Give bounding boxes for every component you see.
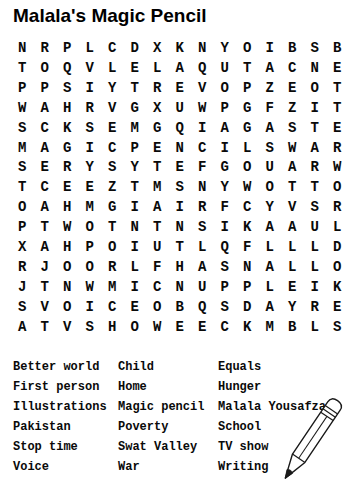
grid-cell-5-9: I (191, 118, 214, 138)
grid-cell-2-6: E (124, 58, 147, 78)
grid-cell-11-14: L (304, 237, 327, 257)
word-list-item: Pakistan (13, 420, 118, 440)
grid-cell-1-15: B (326, 38, 349, 58)
grid-cell-15-5: H (101, 317, 124, 337)
grid-cell-8-4: E (79, 177, 102, 197)
word-list-item: Illustrations (13, 400, 118, 420)
grid-cell-3-6: T (124, 78, 147, 98)
grid-cell-9-5: G (101, 197, 124, 217)
grid-cell-3-11: P (236, 78, 259, 98)
grid-cell-4-4: R (79, 98, 102, 118)
grid-cell-8-6: T (124, 177, 147, 197)
word-search-worksheet: Malala's Magic Pencil NRPLCDXKNYOIBSBTOQ… (0, 0, 353, 500)
grid-cell-15-6: O (124, 317, 147, 337)
grid-cell-13-12: L (259, 277, 282, 297)
grid-cell-7-14: R (304, 158, 327, 178)
grid-cell-15-8: E (169, 317, 192, 337)
grid-cell-1-12: I (259, 38, 282, 58)
grid-cell-2-4: V (79, 58, 102, 78)
grid-cell-2-10: U (214, 58, 237, 78)
grid-cell-13-6: I (124, 277, 147, 297)
grid-cell-11-4: P (79, 237, 102, 257)
grid-cell-10-4: O (79, 217, 102, 237)
grid-cell-5-14: T (304, 118, 327, 138)
grid-cell-9-13: V (281, 197, 304, 217)
grid-cell-9-6: I (124, 197, 147, 217)
grid-cell-15-13: B (281, 317, 304, 337)
grid-cell-9-3: H (56, 197, 79, 217)
grid-cell-3-8: E (169, 78, 192, 98)
grid-cell-7-5: S (101, 158, 124, 178)
grid-cell-13-7: C (146, 277, 169, 297)
grid-cell-7-7: T (146, 158, 169, 178)
grid-cell-12-3: O (56, 257, 79, 277)
grid-cell-11-10: Q (214, 237, 237, 257)
word-list-column-1: Better worldFirst personIllustrationsPak… (13, 360, 118, 480)
grid-cell-6-2: A (34, 138, 57, 158)
grid-cell-5-2: C (34, 118, 57, 138)
grid-cell-10-9: S (191, 217, 214, 237)
grid-cell-8-8: S (169, 177, 192, 197)
grid-cell-6-4: I (79, 138, 102, 158)
grid-cell-6-8: N (169, 138, 192, 158)
grid-cell-6-13: W (281, 138, 304, 158)
grid-cell-2-12: A (259, 58, 282, 78)
grid-cell-2-5: L (101, 58, 124, 78)
grid-cell-14-14: R (304, 297, 327, 317)
grid-cell-12-2: J (34, 257, 57, 277)
word-list-item: Hunger (218, 380, 333, 400)
grid-cell-4-13: Z (281, 98, 304, 118)
grid-cell-9-11: C (236, 197, 259, 217)
grid-cell-5-6: M (124, 118, 147, 138)
grid-cell-1-3: P (56, 38, 79, 58)
grid-cell-5-10: A (214, 118, 237, 138)
grid-cell-8-7: M (146, 177, 169, 197)
grid-cell-6-1: M (11, 138, 34, 158)
grid-cell-4-14: I (304, 98, 327, 118)
grid-cell-5-8: Q (169, 118, 192, 138)
grid-cell-10-14: U (304, 217, 327, 237)
grid-cell-6-15: R (326, 138, 349, 158)
grid-cell-6-12: S (259, 138, 282, 158)
grid-cell-14-12: A (259, 297, 282, 317)
grid-cell-14-5: C (101, 297, 124, 317)
grid-cell-15-10: C (214, 317, 237, 337)
grid-cell-11-1: X (11, 237, 34, 257)
grid-cell-10-5: T (101, 217, 124, 237)
grid-cell-6-7: E (146, 138, 169, 158)
word-list-item: Better world (13, 360, 118, 380)
grid-cell-7-15: W (326, 158, 349, 178)
grid-cell-5-3: K (56, 118, 79, 138)
grid-cell-8-11: W (236, 177, 259, 197)
grid-cell-12-12: A (259, 257, 282, 277)
grid-cell-7-9: F (191, 158, 214, 178)
grid-cell-13-4: W (79, 277, 102, 297)
grid-cell-14-10: S (214, 297, 237, 317)
grid-cell-2-11: T (236, 58, 259, 78)
grid-cell-4-11: G (236, 98, 259, 118)
grid-cell-2-1: T (11, 58, 34, 78)
grid-cell-8-3: E (56, 177, 79, 197)
grid-cell-13-1: J (11, 277, 34, 297)
grid-cell-13-14: I (304, 277, 327, 297)
grid-cell-1-1: N (11, 38, 34, 58)
grid-cell-3-12: Z (259, 78, 282, 98)
grid-cell-11-5: O (101, 237, 124, 257)
grid-cell-14-2: V (34, 297, 57, 317)
grid-cell-4-15: T (326, 98, 349, 118)
grid-cell-15-7: W (146, 317, 169, 337)
grid-cell-5-15: E (326, 118, 349, 138)
grid-cell-5-12: A (259, 118, 282, 138)
grid-cell-5-4: S (79, 118, 102, 138)
grid-cell-14-8: B (169, 297, 192, 317)
word-list-item: Home (118, 380, 218, 400)
grid-cell-8-10: Y (214, 177, 237, 197)
grid-cell-3-10: O (214, 78, 237, 98)
grid-cell-1-10: Y (214, 38, 237, 58)
grid-cell-13-5: M (101, 277, 124, 297)
grid-cell-8-13: T (281, 177, 304, 197)
word-list-item: Poverty (118, 420, 218, 440)
grid-cell-4-6: G (124, 98, 147, 118)
grid-cell-15-9: E (191, 317, 214, 337)
grid-cell-12-6: L (124, 257, 147, 277)
grid-cell-10-11: K (236, 217, 259, 237)
grid-cell-2-3: Q (56, 58, 79, 78)
grid-cell-2-2: O (34, 58, 57, 78)
grid-cell-1-9: N (191, 38, 214, 58)
grid-cell-7-13: A (281, 158, 304, 178)
grid-cell-12-10: S (214, 257, 237, 277)
grid-cell-10-7: T (146, 217, 169, 237)
word-search-grid: NRPLCDXKNYOIBSBTOQVLELAQUTACNEPPSIYTREVO… (11, 38, 349, 337)
word-list-item: Voice (13, 460, 118, 480)
grid-cell-1-13: B (281, 38, 304, 58)
grid-cell-8-2: C (34, 177, 57, 197)
grid-cell-12-13: L (281, 257, 304, 277)
grid-cell-15-14: L (304, 317, 327, 337)
grid-cell-4-8: U (169, 98, 192, 118)
grid-cell-10-1: P (11, 217, 34, 237)
grid-cell-11-6: I (124, 237, 147, 257)
grid-cell-3-4: I (79, 78, 102, 98)
grid-cell-13-2: T (34, 277, 57, 297)
grid-cell-4-7: X (146, 98, 169, 118)
grid-cell-13-9: U (191, 277, 214, 297)
grid-cell-10-10: I (214, 217, 237, 237)
grid-cell-7-10: G (214, 158, 237, 178)
grid-cell-12-9: A (191, 257, 214, 277)
grid-cell-2-8: A (169, 58, 192, 78)
grid-cell-7-4: Y (79, 158, 102, 178)
grid-cell-6-14: A (304, 138, 327, 158)
grid-cell-11-3: H (56, 237, 79, 257)
grid-cell-14-11: D (236, 297, 259, 317)
grid-cell-11-12: L (259, 237, 282, 257)
grid-cell-15-11: K (236, 317, 259, 337)
grid-cell-3-14: O (304, 78, 327, 98)
grid-cell-4-1: W (11, 98, 34, 118)
grid-cell-10-6: N (124, 217, 147, 237)
grid-cell-9-7: A (146, 197, 169, 217)
grid-cell-11-9: L (191, 237, 214, 257)
word-list-item: Equals (218, 360, 333, 380)
grid-cell-10-15: L (326, 217, 349, 237)
grid-cell-8-12: O (259, 177, 282, 197)
grid-cell-13-8: N (169, 277, 192, 297)
grid-cell-9-9: R (191, 197, 214, 217)
grid-cell-1-6: D (124, 38, 147, 58)
grid-cell-3-13: E (281, 78, 304, 98)
grid-cell-14-9: Q (191, 297, 214, 317)
grid-cell-9-14: S (304, 197, 327, 217)
grid-cell-13-15: K (326, 277, 349, 297)
word-list-item: Stop time (13, 440, 118, 460)
grid-cell-10-3: W (56, 217, 79, 237)
grid-cell-3-3: S (56, 78, 79, 98)
grid-cell-14-1: S (11, 297, 34, 317)
grid-cell-9-12: Y (259, 197, 282, 217)
grid-cell-7-11: O (236, 158, 259, 178)
word-list-column-2: ChildHomeMagic pencilPovertySwat ValleyW… (118, 360, 218, 480)
grid-cell-1-11: O (236, 38, 259, 58)
grid-cell-1-2: R (34, 38, 57, 58)
grid-cell-15-1: A (11, 317, 34, 337)
grid-cell-14-3: O (56, 297, 79, 317)
grid-cell-8-15: O (326, 177, 349, 197)
grid-cell-4-10: P (214, 98, 237, 118)
grid-cell-2-7: L (146, 58, 169, 78)
grid-cell-11-13: L (281, 237, 304, 257)
word-list-item: First person (13, 380, 118, 400)
grid-cell-14-7: O (146, 297, 169, 317)
grid-cell-3-1: P (11, 78, 34, 98)
grid-cell-12-15: O (326, 257, 349, 277)
grid-cell-4-3: H (56, 98, 79, 118)
grid-cell-2-14: N (304, 58, 327, 78)
grid-cell-8-1: T (11, 177, 34, 197)
grid-cell-11-7: U (146, 237, 169, 257)
grid-cell-1-4: L (79, 38, 102, 58)
grid-cell-15-4: S (79, 317, 102, 337)
grid-cell-3-5: Y (101, 78, 124, 98)
grid-cell-4-12: F (259, 98, 282, 118)
word-list-item: War (118, 460, 218, 480)
grid-cell-14-4: I (79, 297, 102, 317)
grid-cell-9-8: I (169, 197, 192, 217)
grid-cell-12-1: R (11, 257, 34, 277)
grid-cell-8-14: T (304, 177, 327, 197)
grid-cell-2-15: E (326, 58, 349, 78)
grid-cell-12-7: F (146, 257, 169, 277)
grid-cell-7-3: R (56, 158, 79, 178)
grid-cell-1-14: S (304, 38, 327, 58)
grid-cell-13-10: P (214, 277, 237, 297)
grid-cell-4-9: W (191, 98, 214, 118)
word-list-item: Swat Valley (118, 440, 218, 460)
grid-cell-11-8: T (169, 237, 192, 257)
grid-cell-10-2: T (34, 217, 57, 237)
grid-cell-8-5: Z (101, 177, 124, 197)
grid-cell-9-15: R (326, 197, 349, 217)
grid-cell-3-15: T (326, 78, 349, 98)
grid-cell-14-13: Y (281, 297, 304, 317)
word-list-item: Magic pencil (118, 400, 218, 420)
grid-cell-3-2: P (34, 78, 57, 98)
grid-cell-5-5: E (101, 118, 124, 138)
grid-cell-6-10: I (214, 138, 237, 158)
grid-cell-10-13: A (281, 217, 304, 237)
grid-cell-7-12: U (259, 158, 282, 178)
grid-cell-13-11: P (236, 277, 259, 297)
grid-cell-9-1: O (11, 197, 34, 217)
page-title: Malala's Magic Pencil (13, 5, 207, 27)
grid-cell-12-4: O (79, 257, 102, 277)
grid-cell-5-13: S (281, 118, 304, 138)
grid-cell-15-15: S (326, 317, 349, 337)
grid-cell-15-2: T (34, 317, 57, 337)
grid-cell-3-9: V (191, 78, 214, 98)
grid-cell-14-15: E (326, 297, 349, 317)
grid-cell-11-15: D (326, 237, 349, 257)
grid-cell-7-6: Y (124, 158, 147, 178)
grid-cell-2-13: C (281, 58, 304, 78)
word-list-item: Child (118, 360, 218, 380)
grid-cell-2-9: Q (191, 58, 214, 78)
grid-cell-9-4: M (79, 197, 102, 217)
grid-cell-12-5: R (101, 257, 124, 277)
grid-cell-13-13: E (281, 277, 304, 297)
grid-cell-1-8: K (169, 38, 192, 58)
grid-cell-8-9: N (191, 177, 214, 197)
grid-cell-7-1: S (11, 158, 34, 178)
grid-cell-10-12: A (259, 217, 282, 237)
grid-cell-6-5: C (101, 138, 124, 158)
grid-cell-1-5: C (101, 38, 124, 58)
grid-cell-7-8: E (169, 158, 192, 178)
grid-cell-15-12: M (259, 317, 282, 337)
grid-cell-11-11: F (236, 237, 259, 257)
grid-cell-15-3: V (56, 317, 79, 337)
grid-cell-14-6: E (124, 297, 147, 317)
grid-cell-7-2: E (34, 158, 57, 178)
grid-cell-10-8: N (169, 217, 192, 237)
grid-cell-6-6: P (124, 138, 147, 158)
grid-cell-12-8: H (169, 257, 192, 277)
grid-cell-5-1: S (11, 118, 34, 138)
grid-cell-9-10: F (214, 197, 237, 217)
grid-cell-4-5: V (101, 98, 124, 118)
grid-cell-6-9: C (191, 138, 214, 158)
grid-cell-5-11: G (236, 118, 259, 138)
grid-cell-6-3: G (56, 138, 79, 158)
grid-cell-1-7: X (146, 38, 169, 58)
grid-cell-4-2: A (34, 98, 57, 118)
grid-cell-9-2: A (34, 197, 57, 217)
grid-cell-13-3: N (56, 277, 79, 297)
grid-cell-12-14: L (304, 257, 327, 277)
grid-cell-6-11: L (236, 138, 259, 158)
grid-cell-3-7: R (146, 78, 169, 98)
grid-cell-12-11: N (236, 257, 259, 277)
grid-cell-5-7: G (146, 118, 169, 138)
grid-cell-11-2: A (34, 237, 57, 257)
